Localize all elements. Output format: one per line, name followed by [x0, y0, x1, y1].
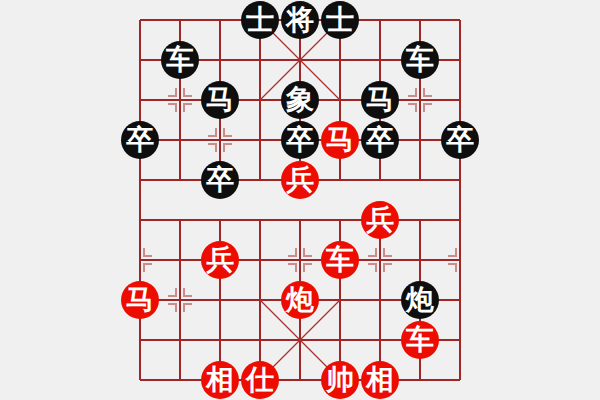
piece-red-elephant[interactable]: 相 [361, 361, 399, 399]
piece-black-soldier[interactable]: 卒 [361, 121, 399, 159]
piece-red-horse[interactable]: 马 [121, 281, 159, 319]
piece-red-general[interactable]: 帅 [321, 361, 359, 399]
piece-black-chariot[interactable]: 车 [401, 41, 439, 79]
piece-black-soldier[interactable]: 卒 [121, 121, 159, 159]
piece-black-soldier[interactable]: 卒 [281, 121, 319, 159]
piece-red-elephant[interactable]: 相 [201, 361, 239, 399]
piece-red-soldier[interactable]: 兵 [281, 161, 319, 199]
piece-black-advisor[interactable]: 士 [241, 1, 279, 39]
piece-black-horse[interactable]: 马 [201, 81, 239, 119]
piece-red-cannon[interactable]: 炮 [281, 281, 319, 319]
piece-red-horse[interactable]: 马 [321, 121, 359, 159]
piece-black-chariot[interactable]: 车 [161, 41, 199, 79]
piece-layer: 士将士车车马象马卒卒马卒卒卒兵兵兵车马炮炮车相仕帅相 [120, 0, 480, 400]
piece-black-elephant[interactable]: 象 [281, 81, 319, 119]
piece-black-advisor[interactable]: 士 [321, 1, 359, 39]
piece-black-horse[interactable]: 马 [361, 81, 399, 119]
xiangqi-board: 士将士车车马象马卒卒马卒卒卒兵兵兵车马炮炮车相仕帅相 [0, 0, 600, 400]
piece-black-general[interactable]: 将 [281, 1, 319, 39]
piece-red-chariot[interactable]: 车 [401, 321, 439, 359]
piece-red-chariot[interactable]: 车 [321, 241, 359, 279]
piece-red-advisor[interactable]: 仕 [241, 361, 279, 399]
piece-black-soldier[interactable]: 卒 [201, 161, 239, 199]
piece-black-soldier[interactable]: 卒 [441, 121, 479, 159]
piece-red-soldier[interactable]: 兵 [201, 241, 239, 279]
piece-red-soldier[interactable]: 兵 [361, 201, 399, 239]
piece-black-cannon[interactable]: 炮 [401, 281, 439, 319]
